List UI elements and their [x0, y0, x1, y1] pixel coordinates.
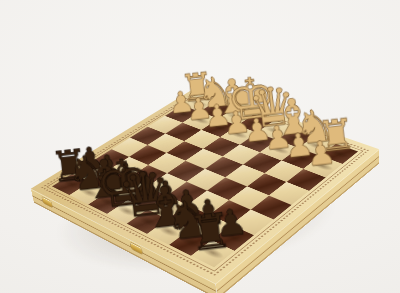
brass-clasp-icon — [42, 197, 52, 207]
square-c2[interactable] — [260, 140, 298, 160]
white-rook-icon: ♜ — [178, 67, 215, 108]
white-bishop-icon: ♝ — [210, 71, 256, 121]
black-rook-icon: ♜ — [186, 207, 234, 260]
square-h2[interactable] — [165, 105, 200, 122]
white-knight-icon: ♞ — [194, 69, 236, 114]
square-g2[interactable] — [183, 112, 218, 130]
white-king-icon: ♚ — [224, 68, 280, 129]
square-f3[interactable] — [184, 130, 220, 149]
white-queen-icon: ♛ — [246, 78, 299, 136]
square-f2[interactable] — [201, 119, 237, 137]
white-pawn-icon: ♟ — [242, 113, 273, 147]
square-e1[interactable] — [237, 115, 273, 133]
square-e2[interactable] — [220, 126, 256, 145]
square-d1[interactable] — [257, 121, 293, 140]
square-e4[interactable] — [185, 149, 223, 169]
white-pawn-icon: ♟ — [222, 106, 252, 139]
board-3d-wrapper: ♜♞♝♛♚♝♞♜♟♟♟♟♟♟♟♟♟♟♟♟♟♟♟♟♜♞♝♛♚♝♞♜ — [0, 0, 400, 293]
photo-backdrop: ♜♞♝♛♚♝♞♜♟♟♟♟♟♟♟♟♟♟♟♟♟♟♟♟♜♞♝♛♚♝♞♜ — [0, 0, 400, 293]
square-d3[interactable] — [223, 144, 261, 164]
white-pawn-icon: ♟ — [203, 99, 233, 132]
square-d2[interactable] — [240, 133, 277, 152]
square-h1[interactable] — [182, 95, 216, 112]
white-pawn-icon: ♟ — [184, 93, 213, 125]
square-g4[interactable] — [148, 134, 184, 153]
square-g3[interactable] — [166, 123, 202, 141]
white-pawn-icon: ♟ — [167, 86, 196, 118]
brass-clasp-icon — [130, 242, 142, 254]
square-f1[interactable] — [218, 108, 253, 126]
chess-board: ♜♞♝♛♚♝♞♜♟♟♟♟♟♟♟♟♟♟♟♟♟♟♟♟♜♞♝♛♚♝♞♜ — [31, 86, 379, 283]
square-h3[interactable] — [148, 116, 183, 134]
white-pawn-icon: ♟ — [262, 120, 294, 154]
board-grid: ♜♞♝♛♚♝♞♜♟♟♟♟♟♟♟♟♟♟♟♟♟♟♟♟♜♞♝♛♚♝♞♜ — [52, 95, 358, 267]
square-e3[interactable] — [203, 137, 240, 157]
square-g1[interactable] — [200, 101, 235, 118]
square-f4[interactable] — [166, 141, 203, 161]
